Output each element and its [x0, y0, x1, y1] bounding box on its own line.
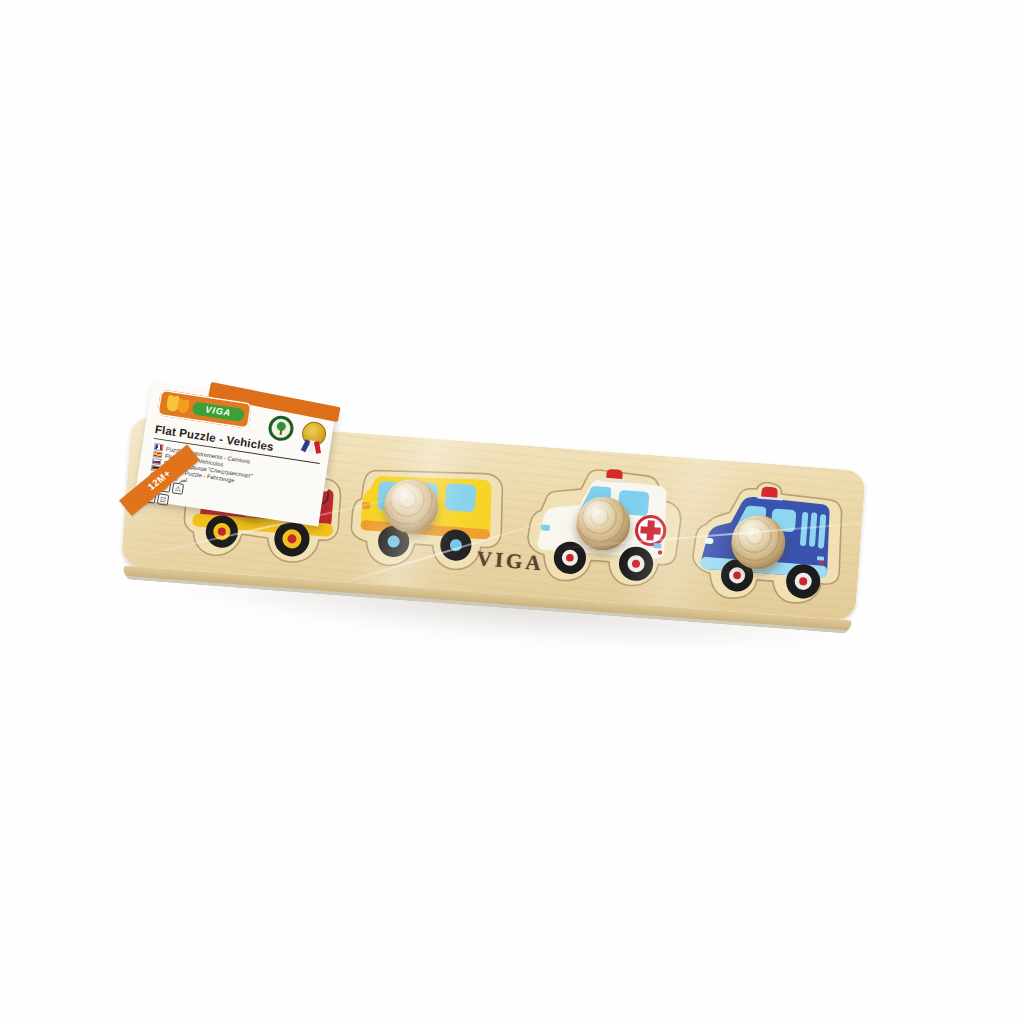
gold-medal-icon [300, 420, 327, 447]
piece-police-car [680, 476, 860, 611]
safety-icon: ⚠ [172, 482, 185, 495]
safety-icon: ⊡ [157, 493, 170, 506]
product-label: VIGA Flat Puzzle - Vehicles Puzzle encas… [134, 382, 336, 526]
slot-police-car [684, 458, 866, 620]
bear-icon [177, 399, 190, 413]
label-logo-row: VIGA [157, 389, 161, 417]
product-photo: VIGA VIGA Flat Puz [0, 0, 1024, 1024]
slot-ambulance [513, 445, 695, 607]
brand-name: VIGA [192, 401, 245, 422]
green-eco-badge-icon [267, 414, 295, 442]
